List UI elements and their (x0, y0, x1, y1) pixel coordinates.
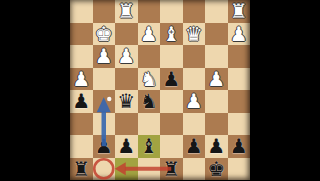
piece-white-queen-c2[interactable]: ♛ (185, 23, 203, 46)
piece-black-knight-e5[interactable]: ♞ (140, 90, 158, 113)
square-e8[interactable] (138, 158, 161, 181)
square-b5[interactable] (205, 90, 228, 113)
square-a5[interactable] (228, 90, 251, 113)
piece-white-pawn-f3[interactable]: ♟ (117, 45, 135, 68)
square-f8[interactable] (115, 158, 138, 181)
square-c6[interactable] (183, 113, 206, 136)
piece-black-queen-f5[interactable]: ♛ (117, 90, 135, 113)
square-d1[interactable] (160, 0, 183, 23)
square-a3[interactable] (228, 45, 251, 68)
piece-black-rook-h8[interactable]: ♜ (72, 158, 90, 181)
piece-black-pawn-f7[interactable]: ♟ (117, 135, 135, 158)
square-g8[interactable] (93, 158, 116, 181)
square-e3[interactable] (138, 45, 161, 68)
square-b2[interactable] (205, 23, 228, 46)
square-h7[interactable] (70, 135, 93, 158)
piece-white-pawn-b4[interactable]: ♟ (207, 68, 225, 91)
piece-black-rook-d8[interactable]: ♜ (162, 158, 180, 181)
square-b4[interactable]: ♟ (205, 68, 228, 91)
square-e5[interactable]: ♞ (138, 90, 161, 113)
square-e7[interactable]: ♝ (138, 135, 161, 158)
square-f7[interactable]: ♟ (115, 135, 138, 158)
square-c4[interactable] (183, 68, 206, 91)
square-e6[interactable] (138, 113, 161, 136)
piece-white-rook-a1[interactable]: ♜ (230, 0, 248, 23)
square-h2[interactable] (70, 23, 93, 46)
square-d6[interactable] (160, 113, 183, 136)
square-f1[interactable]: ♜ (115, 0, 138, 23)
square-g6[interactable] (93, 113, 116, 136)
square-h8[interactable]: ♜ (70, 158, 93, 181)
square-g5[interactable] (93, 90, 116, 113)
square-e1[interactable] (138, 0, 161, 23)
piece-black-pawn-h5[interactable]: ♟ (72, 90, 90, 113)
piece-white-king-g2[interactable]: ♚ (95, 23, 113, 46)
square-d4[interactable]: ♟ (160, 68, 183, 91)
square-g4[interactable] (93, 68, 116, 91)
square-a6[interactable] (228, 113, 251, 136)
square-f6[interactable] (115, 113, 138, 136)
piece-black-pawn-c7[interactable]: ♟ (185, 135, 203, 158)
square-c1[interactable] (183, 0, 206, 23)
square-h4[interactable]: ♟ (70, 68, 93, 91)
square-h5[interactable]: ♟ (70, 90, 93, 113)
square-d7[interactable] (160, 135, 183, 158)
square-g7[interactable]: ♟ (93, 135, 116, 158)
piece-white-pawn-a2[interactable]: ♟ (230, 23, 248, 46)
chess-board: ♜♜♚♟♝♛♟♟♟♟♞♟♟♟♛♞♟♟♟♝♟♟♟♜♜♚ (70, 0, 250, 180)
piece-white-knight-e4[interactable]: ♞ (140, 68, 158, 91)
square-d2[interactable]: ♝ (160, 23, 183, 46)
piece-white-rook-f1[interactable]: ♜ (117, 0, 135, 23)
square-a7[interactable]: ♟ (228, 135, 251, 158)
square-g1[interactable] (93, 0, 116, 23)
piece-black-pawn-a7[interactable]: ♟ (230, 135, 248, 158)
square-h1[interactable] (70, 0, 93, 23)
letterbox-left (0, 0, 70, 180)
square-c7[interactable]: ♟ (183, 135, 206, 158)
square-c3[interactable] (183, 45, 206, 68)
square-b7[interactable]: ♟ (205, 135, 228, 158)
square-a1[interactable]: ♜ (228, 0, 251, 23)
piece-black-bishop-e7[interactable]: ♝ (140, 135, 158, 158)
piece-black-pawn-b7[interactable]: ♟ (207, 135, 225, 158)
square-b8[interactable]: ♚ (205, 158, 228, 181)
piece-black-king-b8[interactable]: ♚ (207, 158, 225, 181)
square-b6[interactable] (205, 113, 228, 136)
square-e2[interactable]: ♟ (138, 23, 161, 46)
square-a4[interactable] (228, 68, 251, 91)
square-d5[interactable] (160, 90, 183, 113)
piece-black-pawn-g7[interactable]: ♟ (95, 135, 113, 158)
piece-black-pawn-d4[interactable]: ♟ (162, 68, 180, 91)
square-h3[interactable] (70, 45, 93, 68)
square-c2[interactable]: ♛ (183, 23, 206, 46)
square-g3[interactable]: ♟ (93, 45, 116, 68)
square-a8[interactable] (228, 158, 251, 181)
square-f3[interactable]: ♟ (115, 45, 138, 68)
square-a2[interactable]: ♟ (228, 23, 251, 46)
square-d8[interactable]: ♜ (160, 158, 183, 181)
piece-white-pawn-e2[interactable]: ♟ (140, 23, 158, 46)
square-f4[interactable] (115, 68, 138, 91)
square-b1[interactable] (205, 0, 228, 23)
square-c5[interactable]: ♟ (183, 90, 206, 113)
square-d3[interactable] (160, 45, 183, 68)
video-frame: ♜♜♚♟♝♛♟♟♟♟♞♟♟♟♛♞♟♟♟♝♟♟♟♜♜♚ (0, 0, 320, 180)
piece-white-pawn-h4[interactable]: ♟ (72, 68, 90, 91)
square-g2[interactable]: ♚ (93, 23, 116, 46)
square-b3[interactable] (205, 45, 228, 68)
square-h6[interactable] (70, 113, 93, 136)
square-c8[interactable] (183, 158, 206, 181)
square-f2[interactable] (115, 23, 138, 46)
piece-white-pawn-c5[interactable]: ♟ (185, 90, 203, 113)
piece-white-bishop-d2[interactable]: ♝ (162, 23, 180, 46)
letterbox-right (250, 0, 320, 180)
square-f5[interactable]: ♛ (115, 90, 138, 113)
piece-white-pawn-g3[interactable]: ♟ (95, 45, 113, 68)
square-e4[interactable]: ♞ (138, 68, 161, 91)
